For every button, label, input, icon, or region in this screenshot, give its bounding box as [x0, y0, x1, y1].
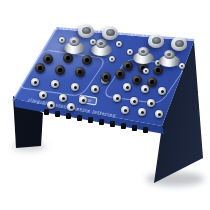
mini-jack-nut-hole: [181, 65, 183, 67]
chrome-jack-socket: [39, 91, 47, 99]
black-jack-socket: [123, 61, 133, 71]
black-jack-socket: [101, 72, 111, 82]
black-jack-socket: [153, 65, 163, 75]
chrome-jack-socket-hole: [62, 97, 65, 100]
mini-jack-nut-hole: [118, 43, 120, 45]
chrome-jack-socket-hole: [54, 83, 57, 86]
underside-nub: [143, 127, 148, 133]
chrome-jack-socket-hole: [70, 106, 73, 109]
chrome-jack-socket-hole: [116, 97, 119, 100]
black-jack-socket-hole: [85, 58, 88, 61]
black-jack-socket-hole: [66, 56, 69, 59]
black-jack-socket-hole: [78, 70, 81, 73]
cylinder-knob: [148, 34, 164, 48]
black-jack-socket: [43, 54, 53, 64]
underside-nub: [88, 117, 93, 123]
chrome-jack-socket-hole: [34, 81, 37, 84]
cylinder-knob-inner: [106, 29, 115, 36]
cylinder-knob-inner: [152, 37, 161, 44]
black-jack-socket-hole: [126, 64, 129, 67]
chrome-jack-socket: [130, 97, 138, 105]
mini-jack-nut-hole: [61, 39, 63, 41]
cylinder-knob: [78, 24, 94, 38]
black-jack-socket: [75, 67, 85, 77]
skirted-knob-cap: [164, 50, 175, 59]
mini-jack-nut-hole: [92, 41, 94, 43]
chrome-jack-socket: [141, 85, 149, 93]
chrome-jack-socket: [123, 83, 131, 91]
chrome-jack-socket: [47, 101, 55, 109]
chrome-jack-socket: [158, 87, 166, 95]
skirted-knob-cap: [138, 47, 149, 56]
chrome-jack-socket-hole: [150, 102, 153, 105]
black-jack-socket-hole: [46, 57, 49, 60]
skirted-knob: [159, 55, 180, 67]
chrome-jack-socket-hole: [94, 88, 97, 91]
black-jack-socket-hole: [150, 80, 153, 83]
chrome-jack-socket-hole: [158, 113, 161, 116]
black-jack-socket: [63, 53, 73, 63]
chrome-jack-socket-hole: [141, 111, 144, 114]
chrome-jack-socket-hole: [82, 99, 85, 102]
black-jack-socket-hole: [104, 75, 107, 78]
skirted-knob: [64, 42, 85, 54]
underside-nub: [121, 123, 126, 129]
chrome-jack-socket-hole: [42, 94, 45, 97]
underside-nub: [99, 119, 104, 125]
chrome-jack-socket-hole: [126, 86, 129, 89]
cylinder-knob-inner: [175, 40, 184, 47]
underside-nub: [44, 109, 49, 115]
chrome-jack-socket: [51, 80, 59, 88]
black-jack-socket-hole: [38, 66, 41, 69]
black-jack-socket-hole: [156, 68, 159, 71]
chrome-jack-socket-hole: [50, 104, 53, 107]
black-jack-socket: [115, 69, 125, 79]
chrome-jack-socket: [67, 103, 75, 111]
skirted-knob-cap: [96, 39, 107, 48]
chrome-jack-socket: [91, 85, 99, 93]
mini-jack-nut-hole: [129, 51, 131, 53]
chrome-jack-socket-hole: [133, 100, 136, 103]
cylinder-knob-inner: [82, 27, 91, 34]
skirted-knob: [91, 44, 112, 56]
cylinder-knob: [102, 26, 118, 40]
black-jack-socket: [82, 55, 92, 65]
chrome-jack-socket: [138, 108, 146, 116]
black-jack-socket: [55, 65, 65, 75]
skirted-knob-cap: [69, 37, 80, 46]
chrome-jack-socket-hole: [74, 86, 77, 89]
chrome-jack-socket: [71, 83, 79, 91]
chrome-jack-socket: [121, 106, 129, 114]
chrome-jack-socket: [59, 94, 67, 102]
black-jack-socket: [147, 77, 157, 87]
underside-nub: [132, 125, 137, 131]
cylinder-knob: [171, 37, 187, 51]
chrome-jack-socket: [147, 99, 155, 107]
chrome-jack-socket-hole: [144, 88, 147, 91]
chrome-jack-socket-hole: [124, 109, 127, 112]
chrome-jack-socket: [155, 110, 163, 118]
chrome-jack-socket: [31, 78, 39, 86]
black-jack-socket: [35, 63, 45, 73]
mini-jack-nut-hole: [111, 58, 113, 60]
black-jack-socket-hole: [135, 78, 138, 81]
underside-nub: [77, 115, 82, 121]
skirted-knob: [133, 52, 154, 64]
product-photo: ILLEGIBLE PANEL LETTERING illegible curs…: [0, 0, 210, 210]
black-jack-socket: [132, 75, 142, 85]
chrome-jack-socket: [113, 94, 121, 102]
black-jack-socket-hole: [58, 68, 61, 71]
mini-jack-nut-hole: [145, 70, 147, 72]
underside-nub: [66, 113, 71, 119]
underside-nub: [55, 111, 60, 117]
chrome-jack-socket-hole: [161, 90, 164, 93]
underside-nub: [110, 121, 115, 127]
chrome-jack-socket: [79, 96, 87, 104]
black-jack-socket-hole: [118, 72, 121, 75]
